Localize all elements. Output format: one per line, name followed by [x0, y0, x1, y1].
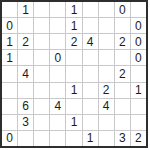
cell-r6c8[interactable]: [115, 83, 130, 98]
cell-r1c2[interactable]: 1: [18, 2, 33, 17]
cell-r1c5[interactable]: 1: [66, 2, 81, 17]
cell-r9c7[interactable]: [99, 131, 114, 146]
cell-r8c2[interactable]: 3: [18, 115, 33, 130]
cell-r2c1[interactable]: 0: [2, 18, 17, 33]
cell-r4c7[interactable]: [99, 50, 114, 65]
cell-r1c4[interactable]: [50, 2, 65, 17]
cell-r4c9[interactable]: 0: [131, 50, 146, 65]
cell-r7c2[interactable]: 6: [18, 99, 33, 114]
cell-r6c2[interactable]: [18, 83, 33, 98]
cell-r8c3[interactable]: [34, 115, 49, 130]
cell-r2c7[interactable]: [99, 18, 114, 33]
cell-r3c4[interactable]: [50, 34, 65, 49]
cell-r2c8[interactable]: [115, 18, 130, 33]
cell-r8c4[interactable]: [50, 115, 65, 130]
cell-r5c7[interactable]: [99, 66, 114, 81]
puzzle-board: 11001012242010042121644310132: [0, 0, 148, 148]
cell-r3c2[interactable]: 2: [18, 34, 33, 49]
cell-r8c8[interactable]: [115, 115, 130, 130]
cell-r5c8[interactable]: 2: [115, 66, 130, 81]
cell-r4c6[interactable]: [83, 50, 98, 65]
cell-r7c8[interactable]: [115, 99, 130, 114]
cell-r9c8[interactable]: 3: [115, 131, 130, 146]
cell-r7c3[interactable]: [34, 99, 49, 114]
cell-r6c7[interactable]: 2: [99, 83, 114, 98]
cell-r1c1[interactable]: [2, 2, 17, 17]
cell-r7c6[interactable]: [83, 99, 98, 114]
cell-r7c7[interactable]: 4: [99, 99, 114, 114]
cell-r6c3[interactable]: [34, 83, 49, 98]
cell-r3c7[interactable]: [99, 34, 114, 49]
cell-r9c6[interactable]: 1: [83, 131, 98, 146]
cell-r7c1[interactable]: [2, 99, 17, 114]
cell-r9c3[interactable]: [34, 131, 49, 146]
cell-r4c5[interactable]: [66, 50, 81, 65]
cell-r1c3[interactable]: [34, 2, 49, 17]
cell-r3c6[interactable]: 4: [83, 34, 98, 49]
cell-r2c4[interactable]: [50, 18, 65, 33]
cell-r4c8[interactable]: [115, 50, 130, 65]
cell-r7c4[interactable]: 4: [50, 99, 65, 114]
cell-r7c5[interactable]: [66, 99, 81, 114]
cell-r2c3[interactable]: [34, 18, 49, 33]
cell-r4c2[interactable]: [18, 50, 33, 65]
cell-r6c6[interactable]: [83, 83, 98, 98]
cell-r5c3[interactable]: [34, 66, 49, 81]
cell-r4c4[interactable]: 0: [50, 50, 65, 65]
cell-r6c5[interactable]: 1: [66, 83, 81, 98]
cell-r3c5[interactable]: 2: [66, 34, 81, 49]
cell-r1c8[interactable]: 0: [115, 2, 130, 17]
cell-r3c3[interactable]: [34, 34, 49, 49]
cell-r8c7[interactable]: [99, 115, 114, 130]
cell-r1c6[interactable]: [83, 2, 98, 17]
cell-r9c9[interactable]: 2: [131, 131, 146, 146]
cell-r3c8[interactable]: 2: [115, 34, 130, 49]
cell-r5c6[interactable]: [83, 66, 98, 81]
cell-r1c9[interactable]: [131, 2, 146, 17]
cell-r5c9[interactable]: [131, 66, 146, 81]
cell-r5c5[interactable]: [66, 66, 81, 81]
cell-r9c1[interactable]: 0: [2, 131, 17, 146]
cell-r2c9[interactable]: 0: [131, 18, 146, 33]
cell-r6c4[interactable]: [50, 83, 65, 98]
cell-r8c1[interactable]: [2, 115, 17, 130]
cell-r5c2[interactable]: 4: [18, 66, 33, 81]
cell-r5c4[interactable]: [50, 66, 65, 81]
cell-r6c1[interactable]: [2, 83, 17, 98]
cell-r8c5[interactable]: 1: [66, 115, 81, 130]
cell-r9c5[interactable]: [66, 131, 81, 146]
cell-r2c6[interactable]: [83, 18, 98, 33]
cell-r9c4[interactable]: [50, 131, 65, 146]
cell-r3c1[interactable]: 1: [2, 34, 17, 49]
cell-r4c1[interactable]: 1: [2, 50, 17, 65]
cell-r5c1[interactable]: [2, 66, 17, 81]
cell-r8c9[interactable]: [131, 115, 146, 130]
cell-r4c3[interactable]: [34, 50, 49, 65]
cell-r8c6[interactable]: [83, 115, 98, 130]
cell-r2c5[interactable]: 1: [66, 18, 81, 33]
cell-r2c2[interactable]: [18, 18, 33, 33]
cell-r7c9[interactable]: [131, 99, 146, 114]
cell-r3c9[interactable]: 0: [131, 34, 146, 49]
cell-r1c7[interactable]: [99, 2, 114, 17]
cell-r6c9[interactable]: 1: [131, 83, 146, 98]
cell-r9c2[interactable]: [18, 131, 33, 146]
